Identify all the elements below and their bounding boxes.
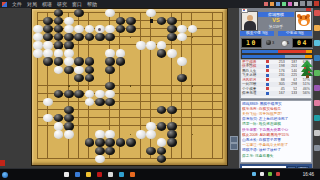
side-strip-icon-0[interactable] bbox=[314, 10, 320, 16]
black-stone-icon bbox=[266, 40, 271, 45]
black-stone bbox=[105, 66, 115, 74]
black-stone bbox=[85, 57, 95, 65]
white-stone bbox=[146, 130, 156, 138]
black-player-avatar bbox=[241, 11, 258, 31]
stat-value: 133 bbox=[285, 91, 298, 96]
go-board[interactable] bbox=[31, 8, 228, 166]
side-strip-icon-8[interactable] bbox=[314, 130, 320, 136]
toolbar-icon-0[interactable] bbox=[264, 2, 268, 6]
toolbar-icon-4[interactable] bbox=[288, 2, 292, 6]
side-strip-icon-9[interactable] bbox=[314, 145, 320, 151]
white-stone bbox=[74, 66, 84, 74]
white-stone bbox=[64, 130, 74, 138]
black-stone bbox=[126, 138, 136, 146]
tiger-stripe bbox=[305, 16, 307, 19]
white-stone bbox=[54, 130, 64, 138]
white-stone bbox=[177, 57, 187, 65]
black-captures: 3 bbox=[272, 40, 274, 45]
bar-segment bbox=[285, 55, 305, 58]
taskbar-app-icon-1[interactable] bbox=[75, 172, 80, 177]
taskbar-app-icon-2[interactable] bbox=[86, 172, 91, 177]
black-stone bbox=[95, 147, 105, 155]
white-stone bbox=[136, 130, 146, 138]
taskbar-app-icon-5[interactable] bbox=[119, 172, 124, 177]
white-stone bbox=[95, 155, 105, 163]
white-player-name: 小老虎 9段 bbox=[278, 31, 312, 36]
black-stone bbox=[74, 74, 84, 82]
go-client-window: 文件对局棋谱研究窗口帮助 弈城围棋 VS 第159手 bbox=[0, 0, 320, 180]
black-clock: 10 bbox=[241, 38, 262, 48]
black-stone bbox=[105, 57, 115, 65]
column-header: 分 bbox=[250, 63, 252, 68]
toolbar-icon-1[interactable] bbox=[270, 2, 274, 6]
black-stone bbox=[105, 138, 115, 146]
side-strip-icon-5[interactable] bbox=[314, 85, 320, 91]
black-player-flag-icon bbox=[241, 8, 248, 13]
black-stone bbox=[157, 49, 167, 57]
move-number: 第159手 bbox=[258, 24, 294, 29]
white-stone bbox=[167, 49, 177, 57]
white-stone bbox=[33, 49, 43, 57]
stat-value: 167 bbox=[272, 91, 285, 96]
white-stone bbox=[146, 41, 156, 49]
black-player-name: 棋圣小李 9段 bbox=[240, 31, 274, 36]
app-logo-icon bbox=[2, 2, 7, 7]
taskbar-app-icon-3[interactable] bbox=[97, 172, 102, 177]
taskbar-clock: 16:46 bbox=[303, 172, 314, 177]
taskbar-app-icon-0[interactable] bbox=[64, 172, 69, 177]
black-stone bbox=[157, 122, 167, 130]
toolbar-icon-2[interactable] bbox=[276, 2, 280, 6]
side-strip-icon-6[interactable] bbox=[314, 100, 320, 106]
black-stone bbox=[85, 138, 95, 146]
black-stone bbox=[85, 66, 95, 74]
black-stone bbox=[74, 57, 84, 65]
black-stone bbox=[157, 155, 167, 163]
table-row[interactable]: 弈海无涯16713356% bbox=[241, 91, 311, 96]
taskbar-app-icon-6[interactable] bbox=[130, 172, 135, 177]
side-strip-icon-1[interactable] bbox=[314, 25, 320, 31]
tray-icon-3[interactable] bbox=[276, 172, 280, 176]
tiger-stripe bbox=[300, 16, 302, 19]
white-stone bbox=[64, 57, 74, 65]
avatar-body bbox=[244, 21, 256, 30]
black-stone bbox=[116, 57, 126, 65]
game-info-panel: 弈城围棋 VS 第159手 棋圣小李 9段 小老虎 9段 10 04 3 5 棋… bbox=[239, 8, 313, 168]
tray-icon-0[interactable] bbox=[252, 172, 256, 176]
white-stone bbox=[105, 90, 115, 98]
star-point bbox=[68, 85, 70, 87]
tray-icon-2[interactable] bbox=[268, 172, 272, 176]
menu-item-4[interactable]: 窗口 bbox=[72, 0, 82, 8]
match-info: 弈城围棋 VS 第159手 bbox=[258, 12, 294, 29]
white-stone bbox=[95, 90, 105, 98]
menu-item-0[interactable]: 文件 bbox=[12, 0, 22, 8]
black-stone bbox=[105, 147, 115, 155]
menu-item-1[interactable]: 对局 bbox=[27, 0, 37, 8]
menu-item-5[interactable]: 帮助 bbox=[87, 0, 97, 8]
stat-value: 56% bbox=[297, 91, 311, 96]
start-button[interactable] bbox=[2, 172, 8, 178]
menu-item-2[interactable]: 棋谱 bbox=[42, 0, 52, 8]
bar-segment bbox=[242, 55, 285, 58]
black-stone bbox=[54, 57, 64, 65]
black-stone bbox=[64, 90, 74, 98]
black-stone bbox=[146, 147, 156, 155]
chat-messages[interactable]: 观战8869: 黑棋中腹厚实棋乐无穷: 白棋实地领先天外飞仙: 这手挖很严厉!弈… bbox=[240, 100, 312, 163]
black-stone bbox=[105, 82, 115, 90]
black-stone bbox=[116, 138, 126, 146]
white-stone bbox=[157, 138, 167, 146]
side-strip-icon-4[interactable] bbox=[314, 70, 320, 76]
black-stone bbox=[64, 66, 74, 74]
tray-icon-1[interactable] bbox=[260, 172, 264, 176]
recording-indicator bbox=[0, 160, 5, 166]
bar-segment bbox=[305, 55, 312, 58]
tiger-ear bbox=[306, 14, 310, 18]
black-stone bbox=[95, 138, 105, 146]
board-side-button-down[interactable] bbox=[230, 143, 238, 150]
white-player-avatar bbox=[295, 11, 312, 31]
side-strip-icon-3[interactable] bbox=[314, 55, 320, 61]
white-stone bbox=[136, 41, 146, 49]
black-stone bbox=[126, 25, 136, 33]
player-id: 弈海无涯 bbox=[241, 91, 266, 96]
taskbar-app-icon-4[interactable] bbox=[108, 172, 113, 177]
black-stone bbox=[167, 138, 177, 146]
taskbar: 16:46 bbox=[0, 168, 320, 180]
vs-label: VS bbox=[258, 17, 294, 24]
toolbar-icons bbox=[264, 2, 298, 6]
white-captures: 5 bbox=[287, 40, 289, 45]
close-button[interactable] bbox=[314, 1, 319, 6]
window-controls bbox=[300, 1, 319, 6]
tiger-muzzle bbox=[301, 20, 307, 25]
maximize-button[interactable] bbox=[307, 1, 312, 6]
minimize-button[interactable] bbox=[300, 1, 305, 6]
black-stone bbox=[43, 57, 53, 65]
menu-item-3[interactable]: 研究 bbox=[57, 0, 67, 8]
side-strip-icon-7[interactable] bbox=[314, 115, 320, 121]
board-side-button-up[interactable] bbox=[230, 136, 238, 143]
table-header-row: 棋手胜负分 bbox=[246, 63, 252, 68]
black-stone bbox=[177, 74, 187, 82]
square-marker bbox=[150, 19, 154, 23]
side-tool-strip bbox=[313, 10, 320, 166]
toolbar-icon-5[interactable] bbox=[294, 2, 298, 6]
black-stone bbox=[95, 98, 105, 106]
chat-message: 弈之乐: 这盘有看头 bbox=[242, 154, 310, 159]
toolbar-icon-3[interactable] bbox=[282, 2, 286, 6]
white-clock: 04 bbox=[292, 38, 313, 48]
side-strip-icon-2[interactable] bbox=[314, 40, 320, 46]
white-player-badge bbox=[306, 8, 311, 11]
